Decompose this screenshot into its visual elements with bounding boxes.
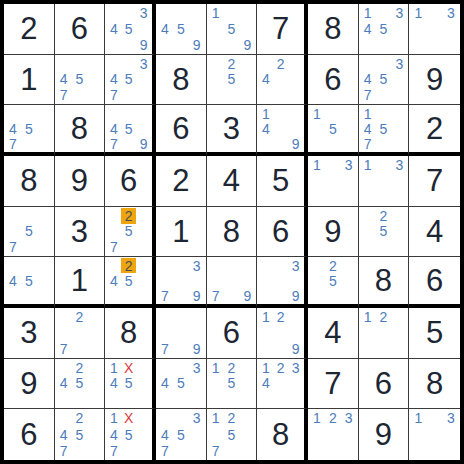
candidate-grid: 12 [360,309,408,357]
cell-r2c4[interactable]: 8 [156,55,207,106]
candidate-5: 5 [21,121,37,136]
cell-r4c9[interactable]: 7 [409,156,460,207]
cell-r3c4[interactable]: 6 [156,105,207,156]
cell-r1c7[interactable]: 8 [308,4,359,55]
empty-slot [173,5,189,21]
empty-slot [309,258,325,273]
cell-r6c2[interactable]: 1 [55,257,106,308]
candidate-7: 7 [106,87,121,103]
cell-r5c8[interactable]: 25 [359,207,410,258]
cell-r8c7[interactable]: 7 [308,359,359,410]
candidate-grid: 13 [410,410,459,459]
empty-slot [288,87,303,103]
candidate-9: 9 [189,341,205,357]
cell-r8c1[interactable]: 9 [4,359,55,410]
empty-slot [325,136,341,151]
cell-r3c8[interactable]: 1457 [359,105,410,156]
empty-slot [189,443,205,459]
cell-r7c4[interactable]: 79 [156,308,207,359]
candidate-1: 1 [360,157,376,173]
candidate-grid: 4579 [106,106,151,151]
candidate-3: 3 [136,5,151,21]
empty-slot [87,410,103,426]
cell-value: 6 [308,55,358,105]
candidate-5: 5 [224,376,240,392]
cell-r8c5[interactable]: 125 [207,359,258,410]
empty-slot [173,360,189,376]
cell-value: 3 [207,105,257,152]
candidate-4: 4 [157,21,173,37]
candidate-grid: 1257 [208,410,256,459]
empty-slot [360,173,376,189]
candidate-4: 4 [157,427,173,443]
cell-r5c1[interactable]: 57 [4,207,55,258]
empty-slot [360,56,376,72]
empty-slot [136,391,151,407]
cell-r5c4[interactable]: 1 [156,207,207,258]
candidate-9: 9 [136,136,151,151]
cell-r9c9[interactable]: 13 [409,409,460,460]
empty-slot [360,325,376,341]
empty-slot [208,273,224,288]
cell-r4c4[interactable]: 2 [156,156,207,207]
empty-slot [87,427,103,443]
empty-slot [37,288,53,303]
cell-r7c3[interactable]: 8 [105,308,156,359]
candidate-grid: 149 [258,106,303,151]
candidate-5: 5 [72,376,88,392]
cell-r1c1[interactable]: 2 [4,4,55,55]
candidate-4: 4 [360,21,376,37]
candidate-grid: 25 [309,258,357,303]
cell-r2c6[interactable]: 24 [257,55,308,106]
empty-slot [173,309,189,325]
cell-r6c4[interactable]: 379 [156,257,207,308]
empty-slot [56,360,72,376]
empty-slot [288,56,303,72]
empty-slot [106,37,121,53]
cell-r2c5[interactable]: 25 [207,55,258,106]
candidate-5: 5 [224,21,240,37]
empty-slot [360,341,376,357]
empty-slot [239,427,255,443]
cell-r4c7[interactable]: 13 [308,156,359,207]
empty-slot [87,72,103,88]
candidate-3: 3 [341,410,357,426]
empty-slot [189,5,205,21]
empty-slot [273,273,288,288]
cell-value: 7 [308,359,358,409]
cell-r9c1[interactable]: 6 [4,409,55,460]
empty-slot [376,189,392,205]
candidate-3: 3 [391,157,407,173]
candidate-9: 9 [136,37,151,53]
cell-r7c5[interactable]: 6 [207,308,258,359]
candidate-5: 5 [376,224,392,240]
cell-r2c8[interactable]: 3457 [359,55,410,106]
candidate-grid: 24 [258,56,303,104]
cell-r6c1[interactable]: 45 [4,257,55,308]
cell-r8c9[interactable]: 8 [409,359,460,410]
cell-r9c6[interactable]: 8 [257,409,308,460]
candidate-3: 3 [189,360,205,376]
empty-slot [208,37,224,53]
empty-slot [5,106,21,121]
cell-r5c7[interactable]: 9 [308,207,359,258]
cell-r6c7[interactable]: 25 [308,257,359,308]
candidate-5: 5 [376,121,392,136]
cell-r8c2[interactable]: 245 [55,359,106,410]
empty-slot [288,273,303,288]
empty-slot [21,288,37,303]
candidate-1: 1 [106,410,121,426]
cell-r7c9[interactable]: 5 [409,308,460,359]
candidate-5: 5 [376,72,392,88]
candidate-3: 3 [391,5,407,21]
empty-slot [309,443,325,459]
empty-slot [258,288,273,303]
cell-r6c5[interactable]: 79 [207,257,258,308]
cell-value: 8 [409,359,460,409]
candidate-3: 3 [443,5,459,21]
cell-value: 9 [359,409,409,460]
cell-r8c6[interactable]: 1234 [257,359,308,410]
empty-slot [157,258,173,273]
empty-slot [258,87,273,103]
empty-slot [376,136,392,151]
candidate-grid: 129 [258,309,303,357]
empty-slot [136,87,151,103]
empty-slot [136,360,151,376]
empty-slot [360,189,376,205]
cell-r7c8[interactable]: 12 [359,308,410,359]
empty-slot [273,376,288,392]
cell-r3c6[interactable]: 149 [257,105,308,156]
cell-r2c3[interactable]: 3457 [105,55,156,106]
empty-slot [376,37,392,53]
empty-slot [239,258,255,273]
empty-slot [309,189,325,205]
candidate-5: 5 [21,224,37,240]
candidate-5: 5 [325,273,341,288]
empty-slot [288,72,303,88]
cell-r6c3[interactable]: 245 [105,257,156,308]
cell-r3c3[interactable]: 4579 [105,105,156,156]
candidate-grid: 57 [5,208,53,256]
empty-slot [427,37,443,53]
cell-r1c2[interactable]: 6 [55,4,106,55]
candidate-5: 5 [121,427,136,443]
empty-slot [376,239,392,255]
candidate-7: 7 [208,443,224,459]
candidate-4: 4 [106,376,121,392]
candidate-1: 1 [106,360,121,376]
candidate-9: 9 [288,341,303,357]
cell-r3c1[interactable]: 457 [4,105,55,156]
empty-slot [173,37,189,53]
cell-r4c2[interactable]: 9 [55,156,106,207]
candidate-4: 4 [258,121,273,136]
cell-value: 2 [4,4,54,54]
cell-r2c9[interactable]: 9 [409,55,460,106]
empty-slot [37,258,53,273]
cell-r9c3[interactable]: 1X457 [105,409,156,460]
empty-slot [325,443,341,459]
empty-slot [173,258,189,273]
cell-r4c6[interactable]: 5 [257,156,308,207]
empty-slot [427,410,443,426]
empty-slot [273,121,288,136]
cell-r3c5[interactable]: 3 [207,105,258,156]
empty-slot [106,208,121,224]
empty-slot [136,273,151,288]
cell-r7c7[interactable]: 4 [308,308,359,359]
cell-value: 1 [156,207,206,257]
candidate-5: 5 [72,427,88,443]
empty-slot [189,309,205,325]
cell-r3c9[interactable]: 2 [409,105,460,156]
cell-r8c3[interactable]: 1X45 [105,359,156,410]
empty-slot [157,37,173,53]
empty-slot [189,325,205,341]
empty-slot [309,173,325,189]
empty-slot [208,427,224,443]
empty-slot [309,273,325,288]
cell-r3c7[interactable]: 15 [308,105,359,156]
cell-r4c1[interactable]: 8 [4,156,55,207]
empty-slot [87,341,103,357]
candidate-2: 2 [376,208,392,224]
empty-slot [5,258,21,273]
cell-r1c9[interactable]: 13 [409,4,460,55]
cell-r4c3[interactable]: 6 [105,156,156,207]
empty-slot [56,325,72,341]
cell-value: 6 [257,207,304,257]
candidate-3: 3 [288,258,303,273]
empty-slot [258,56,273,72]
cell-r2c1[interactable]: 1 [4,55,55,106]
candidate-7: 7 [360,87,376,103]
empty-slot [273,288,288,303]
candidate-5: 5 [376,21,392,37]
empty-slot [173,341,189,357]
empty-slot [427,443,443,459]
candidate-grid: 3459 [106,5,151,53]
cell-r1c6[interactable]: 7 [257,4,308,55]
cell-value: 1 [4,55,54,105]
cell-r1c5[interactable]: 159 [207,4,258,55]
empty-slot [239,72,255,88]
candidate-5: 5 [173,427,189,443]
cell-value: 6 [156,105,206,152]
cell-value: 7 [257,4,304,54]
empty-slot [37,224,53,240]
empty-slot [106,5,121,21]
empty-slot [391,325,407,341]
empty-slot [376,341,392,357]
cell-r9c4[interactable]: 3457 [156,409,207,460]
empty-slot [72,325,88,341]
cell-r9c8[interactable]: 9 [359,409,410,460]
candidate-5: 5 [21,273,37,288]
cell-value: 1 [55,257,105,304]
candidate-2: 2 [224,360,240,376]
empty-slot [208,21,224,37]
cell-value: 8 [105,308,152,358]
candidate-4: 4 [157,376,173,392]
candidate-7: 7 [5,136,21,151]
cell-value: 5 [409,308,460,358]
cell-r5c3[interactable]: 257 [105,207,156,258]
empty-slot [87,360,103,376]
candidate-9: 9 [189,37,205,53]
empty-slot [325,189,341,205]
candidate-4: 4 [5,273,21,288]
candidate-4: 4 [106,21,121,37]
empty-slot [136,106,151,121]
candidate-7: 7 [157,288,173,303]
cell-r1c8[interactable]: 1345 [359,4,410,55]
empty-slot [427,427,443,443]
cell-r1c3[interactable]: 3459 [105,4,156,55]
candidate-grid: 13 [360,157,408,205]
cell-value: 8 [156,55,206,105]
cell-value: 4 [409,207,460,257]
candidate-grid: 1X45 [106,360,151,408]
empty-slot [239,87,255,103]
empty-slot [341,136,357,151]
empty-slot [87,309,103,325]
candidate-5: 5 [121,72,136,88]
empty-slot [239,56,255,72]
candidate-7: 7 [157,443,173,459]
cell-r6c8[interactable]: 8 [359,257,410,308]
cell-r5c6[interactable]: 6 [257,207,308,258]
cell-r9c2[interactable]: 2457 [55,409,106,460]
candidate-7: 7 [208,288,224,303]
empty-slot [376,87,392,103]
empty-slot [325,106,341,121]
candidate-3: 3 [341,157,357,173]
candidate-7: 7 [56,341,72,357]
candidate-4: 4 [5,121,21,136]
cell-r5c2[interactable]: 3 [55,207,106,258]
empty-slot [309,136,325,151]
empty-slot [189,21,205,37]
candidate-5: 5 [121,273,136,288]
empty-slot [325,157,341,173]
cell-r6c6[interactable]: 39 [257,257,308,308]
empty-slot [341,443,357,459]
empty-slot [410,427,426,443]
candidate-4: 4 [106,427,121,443]
empty-slot [136,443,151,459]
cell-r4c5[interactable]: 4 [207,156,258,207]
candidate-grid: 79 [208,258,256,303]
cell-value: 8 [55,105,105,152]
empty-slot [360,224,376,240]
empty-slot [443,21,459,37]
empty-slot [157,5,173,21]
cell-r2c7[interactable]: 6 [308,55,359,106]
candidate-1: 1 [410,5,426,21]
cell-value: 8 [308,4,358,54]
cell-r2c2[interactable]: 457 [55,55,106,106]
cell-r4c8[interactable]: 13 [359,156,410,207]
candidate-grid: 39 [258,258,303,303]
candidate-4: 4 [106,273,121,288]
cell-r3c2[interactable]: 8 [55,105,106,156]
empty-slot [288,391,303,407]
candidate-grid: 159 [208,5,256,53]
empty-slot [325,288,341,303]
empty-slot [258,258,273,273]
candidate-7: 7 [106,136,121,151]
cell-r5c5[interactable]: 8 [207,207,258,258]
empty-slot [189,273,205,288]
empty-slot [173,410,189,426]
cell-r9c5[interactable]: 1257 [207,409,258,460]
empty-slot [72,56,88,72]
candidate-grid: 3457 [360,56,408,104]
cell-r8c4[interactable]: 345 [156,359,207,410]
empty-slot [288,106,303,121]
empty-slot [136,21,151,37]
empty-slot [325,427,341,443]
cell-r1c4[interactable]: 459 [156,4,207,55]
candidate-1: 1 [208,360,224,376]
candidate-grid: 13 [410,5,459,53]
cell-r7c1[interactable]: 3 [4,308,55,359]
empty-slot [391,341,407,357]
candidate-1: 1 [258,360,273,376]
cell-r9c7[interactable]: 123 [308,409,359,460]
empty-slot [273,341,288,357]
cell-value: 8 [257,409,304,460]
cell-value: 3 [4,308,54,358]
candidate-2: 2 [273,56,288,72]
empty-slot [410,37,426,53]
empty-slot [157,273,173,288]
empty-slot [224,5,240,21]
cell-r7c6[interactable]: 129 [257,308,308,359]
empty-slot [273,106,288,121]
candidate-1: 1 [208,410,224,426]
empty-slot [391,173,407,189]
candidate-5: 5 [72,72,88,88]
cell-r6c9[interactable]: 6 [409,257,460,308]
cell-r5c9[interactable]: 4 [409,207,460,258]
candidate-9: 9 [239,37,255,53]
cell-r7c2[interactable]: 27 [55,308,106,359]
cell-value: 6 [359,359,409,409]
empty-slot [341,273,357,288]
candidate-grid: 15 [309,106,357,151]
candidate-7: 7 [5,239,21,255]
empty-slot [106,56,121,72]
cell-r8c8[interactable]: 6 [359,359,410,410]
empty-slot [273,87,288,103]
empty-slot [136,427,151,443]
empty-slot [288,376,303,392]
candidate-grid: 1X457 [106,410,151,459]
empty-slot [309,121,325,136]
empty-slot [239,21,255,37]
empty-slot [87,56,103,72]
empty-slot [121,136,136,151]
candidate-2: 2 [121,258,136,273]
empty-slot [208,87,224,103]
